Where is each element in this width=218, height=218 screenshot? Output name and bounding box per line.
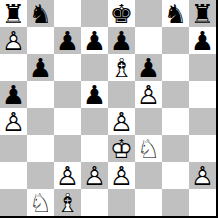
- square-c7[interactable]: ♟: [54, 27, 81, 54]
- square-g1[interactable]: [162, 189, 189, 216]
- square-c4[interactable]: [54, 108, 81, 135]
- square-g8[interactable]: ♞: [162, 0, 189, 27]
- square-b7[interactable]: [27, 27, 54, 54]
- white-pawn-outline: ♙: [81, 162, 108, 189]
- black-rook: ♜: [0, 0, 27, 27]
- black-knight: ♞: [27, 0, 54, 27]
- square-b5[interactable]: [27, 81, 54, 108]
- square-g7[interactable]: [162, 27, 189, 54]
- square-f6[interactable]: ♟: [135, 54, 162, 81]
- square-b2[interactable]: [27, 162, 54, 189]
- square-f8[interactable]: [135, 0, 162, 27]
- black-pawn: ♟: [81, 27, 108, 54]
- square-f2[interactable]: [135, 162, 162, 189]
- square-d8[interactable]: [81, 0, 108, 27]
- white-knight: ♞♘: [135, 135, 162, 162]
- white-pawn: ♟♙: [135, 81, 162, 108]
- black-pawn: ♟: [108, 27, 135, 54]
- square-b6[interactable]: ♟: [27, 54, 54, 81]
- square-d3[interactable]: [81, 135, 108, 162]
- black-pawn: ♟: [54, 27, 81, 54]
- square-c3[interactable]: [54, 135, 81, 162]
- white-pawn: ♟♙: [108, 108, 135, 135]
- white-pawn-outline: ♙: [189, 162, 216, 189]
- square-h2[interactable]: ♟♙: [189, 162, 216, 189]
- black-king: ♚: [108, 0, 135, 27]
- square-d4[interactable]: [81, 108, 108, 135]
- square-f1[interactable]: [135, 189, 162, 216]
- square-c6[interactable]: [54, 54, 81, 81]
- white-pawn: ♟♙: [108, 162, 135, 189]
- square-a7[interactable]: ♟♙: [0, 27, 27, 54]
- black-rook: ♜: [189, 0, 216, 27]
- black-knight: ♞: [162, 0, 189, 27]
- square-a5[interactable]: ♟: [0, 81, 27, 108]
- square-d1[interactable]: [81, 189, 108, 216]
- square-c5[interactable]: [54, 81, 81, 108]
- square-h1[interactable]: [189, 189, 216, 216]
- chess-board: ♜♞♚♞♜♟♙♟♟♟♟♟♝♗♟♟♟♟♙♟♙♟♙♚♔♞♘♟♙♟♙♟♙♟♙♞♘♝♗: [0, 0, 218, 218]
- square-h8[interactable]: ♜: [189, 0, 216, 27]
- white-king: ♚♔: [108, 135, 135, 162]
- white-pawn-outline: ♙: [0, 27, 27, 54]
- square-e4[interactable]: ♟♙: [108, 108, 135, 135]
- square-e6[interactable]: ♝♗: [108, 54, 135, 81]
- square-d5[interactable]: ♟: [81, 81, 108, 108]
- white-bishop-outline: ♗: [54, 189, 81, 216]
- square-b8[interactable]: ♞: [27, 0, 54, 27]
- square-e5[interactable]: [108, 81, 135, 108]
- square-a1[interactable]: [0, 189, 27, 216]
- square-g6[interactable]: [162, 54, 189, 81]
- square-h4[interactable]: [189, 108, 216, 135]
- white-pawn: ♟♙: [81, 162, 108, 189]
- white-knight-outline: ♘: [27, 189, 54, 216]
- square-d6[interactable]: [81, 54, 108, 81]
- square-e8[interactable]: ♚: [108, 0, 135, 27]
- white-knight-outline: ♘: [135, 135, 162, 162]
- white-pawn: ♟♙: [54, 162, 81, 189]
- square-b3[interactable]: [27, 135, 54, 162]
- square-e7[interactable]: ♟: [108, 27, 135, 54]
- square-g3[interactable]: [162, 135, 189, 162]
- square-f3[interactable]: ♞♘: [135, 135, 162, 162]
- square-a2[interactable]: [0, 162, 27, 189]
- square-d2[interactable]: ♟♙: [81, 162, 108, 189]
- black-pawn: ♟: [27, 54, 54, 81]
- white-bishop: ♝♗: [108, 54, 135, 81]
- square-e3[interactable]: ♚♔: [108, 135, 135, 162]
- square-e2[interactable]: ♟♙: [108, 162, 135, 189]
- square-d7[interactable]: ♟: [81, 27, 108, 54]
- white-pawn: ♟♙: [189, 162, 216, 189]
- square-c8[interactable]: [54, 0, 81, 27]
- white-pawn-outline: ♙: [108, 162, 135, 189]
- square-h3[interactable]: [189, 135, 216, 162]
- square-a6[interactable]: [0, 54, 27, 81]
- white-pawn-outline: ♙: [135, 81, 162, 108]
- square-g2[interactable]: [162, 162, 189, 189]
- square-f4[interactable]: [135, 108, 162, 135]
- black-pawn: ♟: [0, 81, 27, 108]
- white-king-outline: ♔: [108, 135, 135, 162]
- square-a8[interactable]: ♜: [0, 0, 27, 27]
- square-c1[interactable]: ♝♗: [54, 189, 81, 216]
- square-a4[interactable]: ♟♙: [0, 108, 27, 135]
- white-bishop: ♝♗: [54, 189, 81, 216]
- square-g4[interactable]: [162, 108, 189, 135]
- square-e1[interactable]: [108, 189, 135, 216]
- black-pawn: ♟: [189, 27, 216, 54]
- white-pawn-outline: ♙: [54, 162, 81, 189]
- square-g5[interactable]: [162, 81, 189, 108]
- square-c2[interactable]: ♟♙: [54, 162, 81, 189]
- black-pawn: ♟: [135, 54, 162, 81]
- white-pawn: ♟♙: [0, 27, 27, 54]
- white-knight: ♞♘: [27, 189, 54, 216]
- square-h5[interactable]: [189, 81, 216, 108]
- square-a3[interactable]: [0, 135, 27, 162]
- square-b1[interactable]: ♞♘: [27, 189, 54, 216]
- square-f5[interactable]: ♟♙: [135, 81, 162, 108]
- square-h7[interactable]: ♟: [189, 27, 216, 54]
- square-h6[interactable]: [189, 54, 216, 81]
- square-f7[interactable]: [135, 27, 162, 54]
- white-bishop-outline: ♗: [108, 54, 135, 81]
- white-pawn: ♟♙: [0, 108, 27, 135]
- square-b4[interactable]: [27, 108, 54, 135]
- white-pawn-outline: ♙: [108, 108, 135, 135]
- white-pawn-outline: ♙: [0, 108, 27, 135]
- black-pawn: ♟: [81, 81, 108, 108]
